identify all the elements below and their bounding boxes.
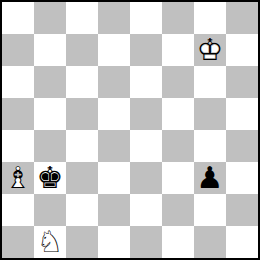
square-d8[interactable] [98,2,130,34]
black-pawn-glyph: ♟ [194,162,226,194]
black-pawn[interactable]: ♟ [194,162,226,194]
square-d6[interactable] [98,66,130,98]
square-d2[interactable] [98,194,130,226]
square-c3[interactable] [66,162,98,194]
square-d1[interactable] [98,226,130,258]
square-g7[interactable]: ♚♔ [194,34,226,66]
square-c8[interactable] [66,2,98,34]
square-c2[interactable] [66,194,98,226]
chess-board: ♚♔♝♗♚♟♞♘ [2,2,258,258]
square-e5[interactable] [130,98,162,130]
square-g4[interactable] [194,130,226,162]
black-king-glyph: ♚ [34,162,66,194]
square-e8[interactable] [130,2,162,34]
square-g6[interactable] [194,66,226,98]
square-f3[interactable] [162,162,194,194]
square-b8[interactable] [34,2,66,34]
square-b5[interactable] [34,98,66,130]
square-b2[interactable] [34,194,66,226]
square-f5[interactable] [162,98,194,130]
square-g2[interactable] [194,194,226,226]
square-e3[interactable] [130,162,162,194]
square-e6[interactable] [130,66,162,98]
square-b6[interactable] [34,66,66,98]
square-a8[interactable] [2,2,34,34]
black-king[interactable]: ♚ [34,162,66,194]
white-bishop-glyph: ♗ [2,162,34,194]
chess-diagram: ♚♔♝♗♚♟♞♘ [0,0,260,260]
square-g5[interactable] [194,98,226,130]
square-b3[interactable]: ♚ [34,162,66,194]
square-c1[interactable] [66,226,98,258]
square-e2[interactable] [130,194,162,226]
square-d4[interactable] [98,130,130,162]
square-a1[interactable] [2,226,34,258]
square-e4[interactable] [130,130,162,162]
white-knight[interactable]: ♞♘ [34,226,66,258]
square-f6[interactable] [162,66,194,98]
square-h4[interactable] [226,130,258,162]
white-bishop[interactable]: ♝♗ [2,162,34,194]
square-f1[interactable] [162,226,194,258]
square-e1[interactable] [130,226,162,258]
square-b4[interactable] [34,130,66,162]
square-g3[interactable]: ♟ [194,162,226,194]
square-h5[interactable] [226,98,258,130]
square-b7[interactable] [34,34,66,66]
square-a2[interactable] [2,194,34,226]
square-h2[interactable] [226,194,258,226]
square-f2[interactable] [162,194,194,226]
square-h8[interactable] [226,2,258,34]
square-c7[interactable] [66,34,98,66]
square-f7[interactable] [162,34,194,66]
white-king[interactable]: ♚♔ [194,34,226,66]
white-king-glyph: ♔ [194,34,226,66]
white-knight-glyph: ♘ [34,226,66,258]
square-b1[interactable]: ♞♘ [34,226,66,258]
square-f4[interactable] [162,130,194,162]
board-frame: ♚♔♝♗♚♟♞♘ [0,0,260,260]
square-g1[interactable] [194,226,226,258]
square-c5[interactable] [66,98,98,130]
square-a4[interactable] [2,130,34,162]
square-h6[interactable] [226,66,258,98]
square-c6[interactable] [66,66,98,98]
square-a5[interactable] [2,98,34,130]
square-a6[interactable] [2,66,34,98]
square-a3[interactable]: ♝♗ [2,162,34,194]
square-g8[interactable] [194,2,226,34]
square-a7[interactable] [2,34,34,66]
square-h1[interactable] [226,226,258,258]
square-d7[interactable] [98,34,130,66]
square-d3[interactable] [98,162,130,194]
square-h7[interactable] [226,34,258,66]
square-h3[interactable] [226,162,258,194]
square-d5[interactable] [98,98,130,130]
square-f8[interactable] [162,2,194,34]
square-c4[interactable] [66,130,98,162]
square-e7[interactable] [130,34,162,66]
